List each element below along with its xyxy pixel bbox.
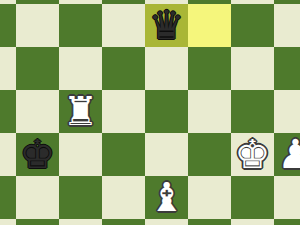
square-b6[interactable] bbox=[16, 47, 59, 90]
square-b7[interactable] bbox=[16, 4, 59, 47]
square-d4[interactable] bbox=[102, 133, 145, 176]
square-d5[interactable] bbox=[102, 90, 145, 133]
chess-board: ♛♜♚♚♟♝ bbox=[0, 0, 300, 225]
square-c4[interactable] bbox=[59, 133, 102, 176]
square-b2[interactable] bbox=[16, 219, 59, 225]
square-h7[interactable] bbox=[274, 4, 300, 47]
square-h3[interactable] bbox=[274, 176, 300, 219]
square-f5[interactable] bbox=[188, 90, 231, 133]
square-a5[interactable] bbox=[0, 90, 16, 133]
square-f6[interactable] bbox=[188, 47, 231, 90]
square-g7[interactable] bbox=[231, 4, 274, 47]
piece-black-king-b4[interactable]: ♚ bbox=[16, 133, 59, 176]
square-b3[interactable] bbox=[16, 176, 59, 219]
square-e6[interactable] bbox=[145, 47, 188, 90]
piece-white-bishop-e3[interactable]: ♝ bbox=[145, 176, 188, 219]
piece-black-queen-e7[interactable]: ♛ bbox=[145, 4, 188, 47]
square-d7[interactable] bbox=[102, 4, 145, 47]
square-e4[interactable] bbox=[145, 133, 188, 176]
square-a3[interactable] bbox=[0, 176, 16, 219]
square-c6[interactable] bbox=[59, 47, 102, 90]
square-d3[interactable] bbox=[102, 176, 145, 219]
square-f2[interactable] bbox=[188, 219, 231, 225]
square-h2[interactable] bbox=[274, 219, 300, 225]
square-g2[interactable] bbox=[231, 219, 274, 225]
square-a4[interactable] bbox=[0, 133, 16, 176]
square-f7[interactable] bbox=[188, 4, 231, 47]
board-viewport: ♛♜♚♚♟♝ bbox=[0, 0, 300, 225]
square-c5[interactable]: ♜ bbox=[59, 90, 102, 133]
square-g3[interactable] bbox=[231, 176, 274, 219]
square-a6[interactable] bbox=[0, 47, 16, 90]
square-f4[interactable] bbox=[188, 133, 231, 176]
square-c7[interactable] bbox=[59, 4, 102, 47]
piece-white-rook-c5[interactable]: ♜ bbox=[59, 90, 102, 133]
square-b5[interactable] bbox=[16, 90, 59, 133]
square-e3[interactable]: ♝ bbox=[145, 176, 188, 219]
piece-white-king-g4[interactable]: ♚ bbox=[231, 133, 274, 176]
square-c3[interactable] bbox=[59, 176, 102, 219]
square-b4[interactable]: ♚ bbox=[16, 133, 59, 176]
square-d2[interactable] bbox=[102, 219, 145, 225]
square-e5[interactable] bbox=[145, 90, 188, 133]
square-h4[interactable]: ♟ bbox=[274, 133, 300, 176]
square-f3[interactable] bbox=[188, 176, 231, 219]
square-c2[interactable] bbox=[59, 219, 102, 225]
square-e7[interactable]: ♛ bbox=[145, 4, 188, 47]
square-g5[interactable] bbox=[231, 90, 274, 133]
square-h6[interactable] bbox=[274, 47, 300, 90]
square-a7[interactable] bbox=[0, 4, 16, 47]
square-g6[interactable] bbox=[231, 47, 274, 90]
square-g4[interactable]: ♚ bbox=[231, 133, 274, 176]
square-d6[interactable] bbox=[102, 47, 145, 90]
square-a2[interactable] bbox=[0, 219, 16, 225]
piece-white-pawn-h4[interactable]: ♟ bbox=[274, 133, 300, 176]
square-h5[interactable] bbox=[274, 90, 300, 133]
